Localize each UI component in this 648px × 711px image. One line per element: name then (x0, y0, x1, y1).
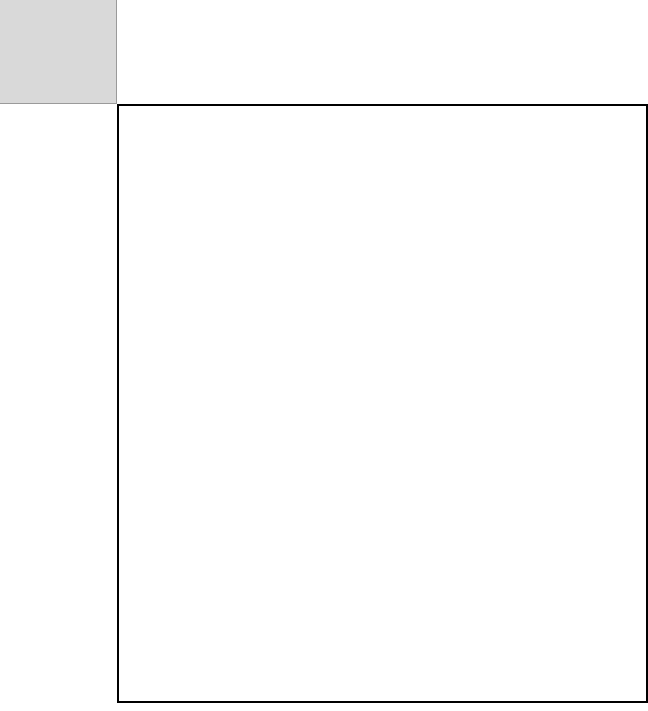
puzzle-grid[interactable] (117, 104, 648, 703)
column-clues-area (117, 0, 648, 104)
corner-box (0, 0, 117, 104)
nonogram-page (0, 0, 648, 711)
row-clues-area (0, 104, 117, 703)
